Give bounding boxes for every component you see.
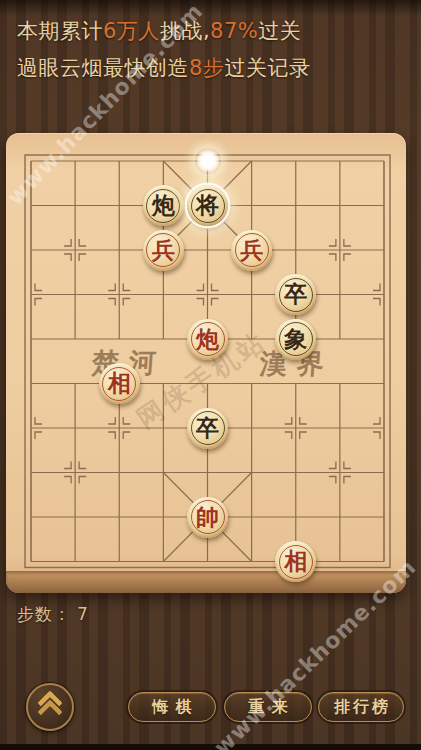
piece-black-f5r7[interactable]: 卒 <box>187 408 228 449</box>
piece-black-f7r5[interactable]: 象 <box>275 319 316 360</box>
stat-text-segment: 过关 <box>258 19 301 43</box>
piece-black-f4r2[interactable]: 炮 <box>143 185 184 226</box>
piece-character: 象 <box>284 328 307 351</box>
game-screen: 本期累计6万人挑战,87%过关 過眼云烟最快创造8步过关记录 楚河 漢界 炮将兵… <box>0 0 421 750</box>
piece-red-f5r5[interactable]: 炮 <box>187 319 228 360</box>
restart-button[interactable]: 重来 <box>224 692 312 722</box>
stat-text-segment: 87% <box>210 19 258 43</box>
piece-red-f7r10[interactable]: 相 <box>275 541 316 582</box>
piece-character: 兵 <box>152 239 175 262</box>
stat-text-segment: 6万人 <box>103 19 160 43</box>
piece-character: 炮 <box>152 194 175 217</box>
step-counter-value: 7 <box>77 604 89 624</box>
xiangqi-board[interactable]: 楚河 漢界 炮将兵兵卒炮象相卒帥相 <box>6 133 406 593</box>
piece-character: 帥 <box>196 506 219 529</box>
piece-red-f5r9[interactable]: 帥 <box>187 497 228 538</box>
stat-text-segment: 8步 <box>189 56 224 80</box>
piece-black-f5r2[interactable]: 将 <box>187 185 228 226</box>
stat-text-segment: 過眼云烟最快创造 <box>17 56 189 80</box>
record-stats-line: 過眼云烟最快创造8步过关记录 <box>17 50 310 87</box>
leaderboard-button[interactable]: 排行榜 <box>318 692 404 722</box>
piece-character: 兵 <box>240 239 263 262</box>
piece-red-f6r3[interactable]: 兵 <box>231 230 272 271</box>
step-counter-label: 步数： <box>17 604 71 624</box>
piece-character: 相 <box>108 372 131 395</box>
stat-text-segment: 本期累计 <box>17 19 103 43</box>
step-counter: 步数：7 <box>17 603 89 626</box>
bottom-strip <box>0 744 421 750</box>
piece-character: 卒 <box>284 283 307 306</box>
piece-character: 相 <box>284 550 307 573</box>
stats-header: 本期累计6万人挑战,87%过关 過眼云烟最快创造8步过关记录 <box>17 13 310 87</box>
piece-red-f3r6[interactable]: 相 <box>99 363 140 404</box>
piece-character: 将 <box>196 194 219 217</box>
piece-black-f7r4[interactable]: 卒 <box>275 274 316 315</box>
collapse-button[interactable] <box>26 683 74 731</box>
piece-character: 炮 <box>196 328 219 351</box>
undo-button[interactable]: 悔棋 <box>128 692 216 722</box>
stat-text-segment: 过关记录 <box>224 56 310 80</box>
piece-red-f4r3[interactable]: 兵 <box>143 230 184 271</box>
last-move-marker <box>195 148 221 174</box>
stat-text-segment: 挑战, <box>160 19 210 43</box>
challenge-stats-line: 本期累计6万人挑战,87%过关 <box>17 13 310 50</box>
piece-character: 卒 <box>196 417 219 440</box>
